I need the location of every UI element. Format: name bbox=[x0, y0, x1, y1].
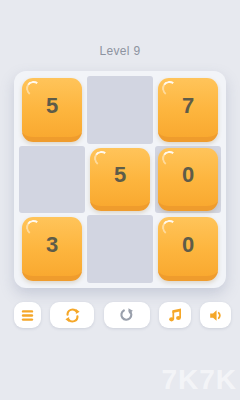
tile-value: 0 bbox=[182, 232, 194, 258]
watermark-7k7k: 7K7K bbox=[161, 364, 237, 396]
menu-button[interactable] bbox=[14, 302, 41, 328]
number-tile[interactable]: 5 bbox=[22, 78, 82, 142]
restart-button[interactable] bbox=[50, 302, 94, 328]
board-cell[interactable] bbox=[19, 146, 85, 214]
sound-button[interactable] bbox=[200, 302, 231, 328]
number-tile[interactable]: 3 bbox=[22, 217, 82, 281]
board-cell[interactable] bbox=[87, 76, 153, 144]
music-button[interactable] bbox=[159, 302, 191, 328]
speaker-icon bbox=[207, 307, 224, 324]
number-tile[interactable]: 0 bbox=[158, 217, 218, 281]
game-screen: Level 9 575030 bbox=[0, 0, 240, 400]
refresh-icon bbox=[64, 307, 81, 324]
tile-shine bbox=[161, 219, 178, 236]
redo-button[interactable] bbox=[104, 302, 150, 328]
board-cell[interactable]: 7 bbox=[155, 76, 221, 144]
puzzle-board: 575030 bbox=[14, 71, 226, 288]
hamburger-icon bbox=[19, 307, 36, 324]
music-note-icon bbox=[166, 306, 184, 324]
tile-value: 7 bbox=[182, 93, 194, 119]
board-cell[interactable]: 0 bbox=[155, 215, 221, 283]
board-cell[interactable]: 5 bbox=[19, 76, 85, 144]
redo-arrow-icon bbox=[118, 307, 135, 324]
tile-shine bbox=[161, 80, 178, 97]
tile-shine bbox=[25, 80, 42, 97]
number-tile[interactable]: 7 bbox=[158, 78, 218, 142]
board-cell[interactable]: 0 bbox=[155, 146, 221, 214]
board-cell[interactable] bbox=[87, 215, 153, 283]
tile-value: 3 bbox=[46, 232, 58, 258]
level-title: Level 9 bbox=[0, 44, 240, 58]
tile-value: 5 bbox=[114, 162, 126, 188]
tile-shine bbox=[93, 149, 110, 166]
tile-value: 0 bbox=[182, 162, 194, 188]
tile-shine bbox=[25, 219, 42, 236]
board-cell[interactable]: 3 bbox=[19, 215, 85, 283]
board-cell[interactable]: 5 bbox=[87, 146, 153, 214]
number-tile[interactable]: 0 bbox=[158, 148, 218, 212]
number-tile[interactable]: 5 bbox=[90, 148, 150, 212]
tile-shine bbox=[161, 149, 178, 166]
tile-value: 5 bbox=[46, 93, 58, 119]
toolbar bbox=[14, 302, 231, 328]
